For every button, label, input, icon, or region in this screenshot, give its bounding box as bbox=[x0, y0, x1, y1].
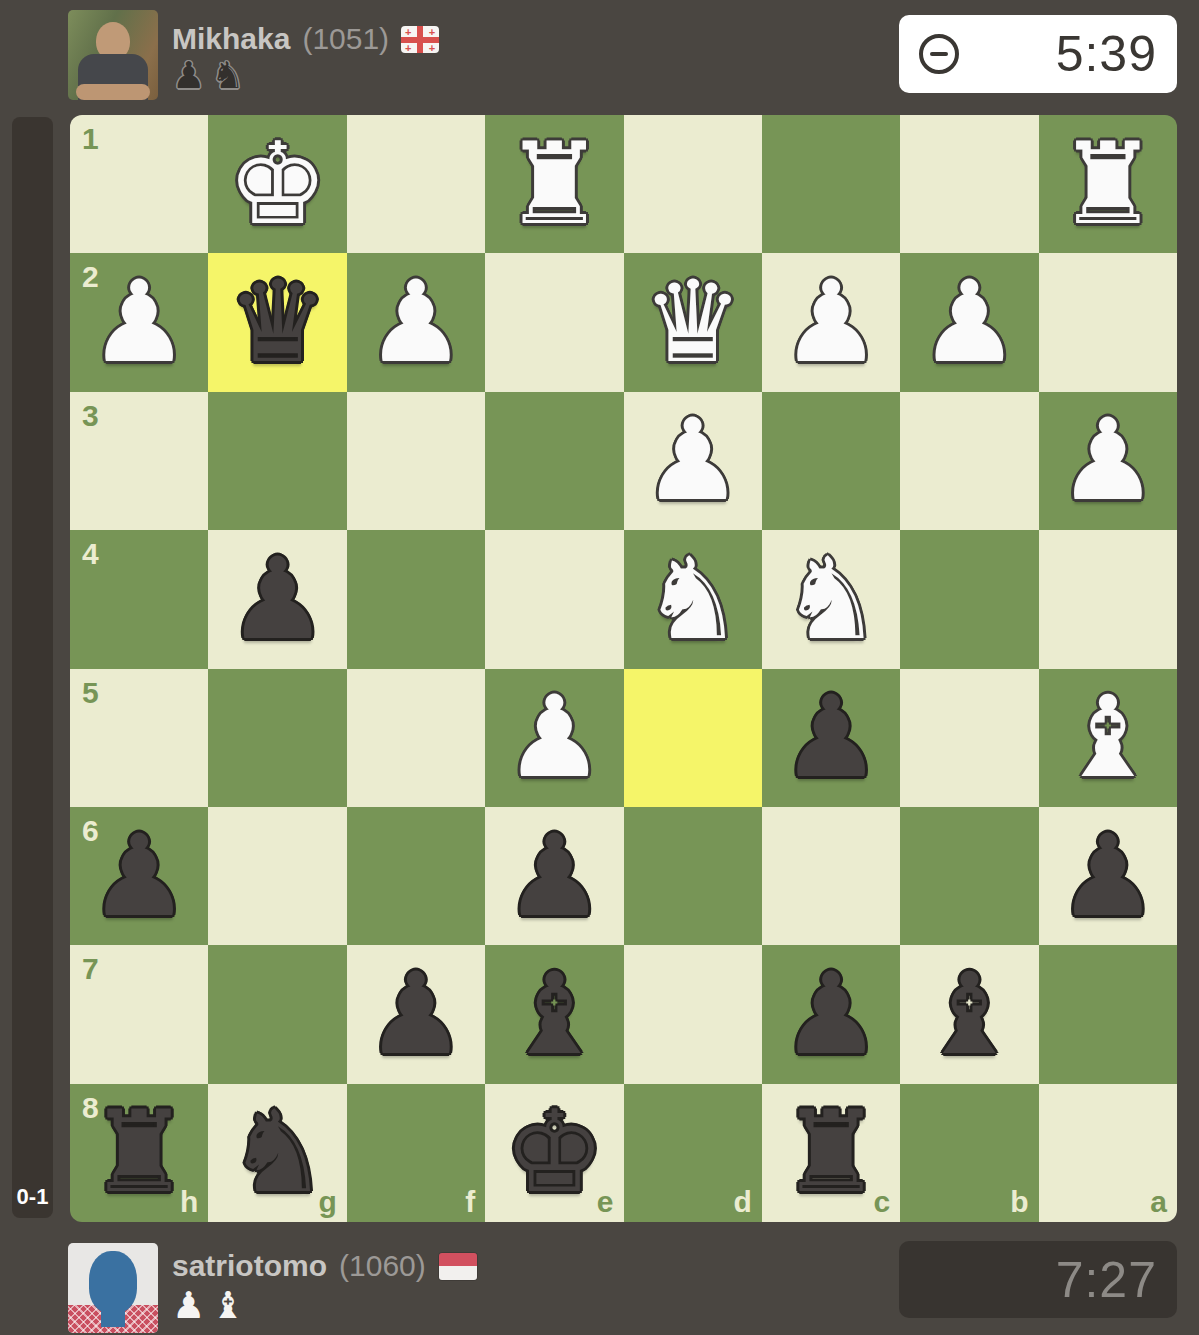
square-b6[interactable] bbox=[900, 807, 1038, 945]
square-e6[interactable]: ♟ bbox=[485, 807, 623, 945]
top-player-name-line[interactable]: Mikhaka (1051) ++ ++ bbox=[172, 20, 439, 58]
piece-white-pawn-e5[interactable]: ♟ bbox=[485, 669, 623, 807]
minus-circle-icon bbox=[919, 34, 959, 74]
square-g5[interactable] bbox=[208, 669, 346, 807]
square-f5[interactable] bbox=[347, 669, 485, 807]
file-label-h: h bbox=[180, 1187, 198, 1217]
piece-black-pawn-f7[interactable]: ♟ bbox=[347, 945, 485, 1083]
square-c2[interactable]: ♟ bbox=[762, 253, 900, 391]
piece-black-pawn-c7[interactable]: ♟ bbox=[762, 945, 900, 1083]
square-a3[interactable]: ♟ bbox=[1039, 392, 1177, 530]
avatar-silhouette bbox=[89, 1251, 137, 1313]
piece-black-bishop-e7[interactable]: ♝ bbox=[485, 945, 623, 1083]
square-h8[interactable]: 8h♜ bbox=[70, 1084, 208, 1222]
square-b8[interactable]: b bbox=[900, 1084, 1038, 1222]
square-d4[interactable]: ♞ bbox=[624, 530, 762, 668]
square-c3[interactable] bbox=[762, 392, 900, 530]
top-clock-time: 5:39 bbox=[1056, 25, 1157, 83]
file-label-b: b bbox=[1010, 1187, 1028, 1217]
bottom-player-name-line[interactable]: satriotomo (1060) bbox=[172, 1247, 478, 1285]
piece-black-queen-g2[interactable]: ♛ bbox=[208, 253, 346, 391]
rank-label-2: 2 bbox=[82, 262, 99, 292]
square-d8[interactable]: d bbox=[624, 1084, 762, 1222]
bottom-player-avatar[interactable] bbox=[68, 1243, 158, 1333]
square-a7[interactable] bbox=[1039, 945, 1177, 1083]
square-c8[interactable]: c♜ bbox=[762, 1084, 900, 1222]
square-b1[interactable] bbox=[900, 115, 1038, 253]
square-h7[interactable]: 7 bbox=[70, 945, 208, 1083]
square-e5[interactable]: ♟ bbox=[485, 669, 623, 807]
square-c4[interactable]: ♞ bbox=[762, 530, 900, 668]
file-label-a: a bbox=[1150, 1187, 1167, 1217]
square-f2[interactable]: ♟ bbox=[347, 253, 485, 391]
captured-white-pawn-icon: ♟ bbox=[172, 1284, 205, 1328]
bottom-player-clock: 7:27 bbox=[899, 1241, 1177, 1318]
square-g7[interactable] bbox=[208, 945, 346, 1083]
piece-white-rook-e1[interactable]: ♜ bbox=[485, 115, 623, 253]
piece-white-pawn-d3[interactable]: ♟ bbox=[624, 392, 762, 530]
square-c5[interactable]: ♟ bbox=[762, 669, 900, 807]
eval-bar: 0-1 bbox=[12, 117, 53, 1218]
piece-black-bishop-b7[interactable]: ♝ bbox=[900, 945, 1038, 1083]
piece-white-pawn-f2[interactable]: ♟ bbox=[347, 253, 485, 391]
bottom-clock-time: 7:27 bbox=[1056, 1251, 1157, 1309]
rank-label-7: 7 bbox=[82, 954, 99, 984]
square-b7[interactable]: ♝ bbox=[900, 945, 1038, 1083]
square-d6[interactable] bbox=[624, 807, 762, 945]
piece-white-pawn-a3[interactable]: ♟ bbox=[1039, 392, 1177, 530]
piece-black-pawn-g4[interactable]: ♟ bbox=[208, 530, 346, 668]
square-c1[interactable] bbox=[762, 115, 900, 253]
square-g2[interactable]: ♛ bbox=[208, 253, 346, 391]
georgia-flag-icon: ++ ++ bbox=[401, 26, 439, 53]
rank-label-1: 1 bbox=[82, 124, 99, 154]
square-d1[interactable] bbox=[624, 115, 762, 253]
top-player-name[interactable]: Mikhaka bbox=[172, 22, 290, 56]
file-label-g: g bbox=[318, 1187, 336, 1217]
piece-white-king-g1[interactable]: ♚ bbox=[208, 115, 346, 253]
file-label-d: d bbox=[734, 1187, 752, 1217]
piece-white-rook-a1[interactable]: ♜ bbox=[1039, 115, 1177, 253]
square-e8[interactable]: e♚ bbox=[485, 1084, 623, 1222]
square-g6[interactable] bbox=[208, 807, 346, 945]
square-e2[interactable] bbox=[485, 253, 623, 391]
square-h6[interactable]: 6♟ bbox=[70, 807, 208, 945]
square-a4[interactable] bbox=[1039, 530, 1177, 668]
rank-label-5: 5 bbox=[82, 678, 99, 708]
square-g1[interactable]: ♚ bbox=[208, 115, 346, 253]
square-f7[interactable]: ♟ bbox=[347, 945, 485, 1083]
rank-label-6: 6 bbox=[82, 816, 99, 846]
rank-label-4: 4 bbox=[82, 539, 99, 569]
square-a1[interactable]: ♜ bbox=[1039, 115, 1177, 253]
game-result-label: 0-1 bbox=[12, 1184, 53, 1210]
chess-board[interactable]: 1♚♜♜2♟♛♟♛♟♟3♟♟4♟♞♞5♟♟♝6♟♟♟7♟♝♟♝8h♜g♞fe♚d… bbox=[70, 115, 1177, 1222]
piece-black-pawn-a6[interactable]: ♟ bbox=[1039, 807, 1177, 945]
bottom-player-rating: (1060) bbox=[339, 1249, 426, 1283]
square-b2[interactable]: ♟ bbox=[900, 253, 1038, 391]
square-c7[interactable]: ♟ bbox=[762, 945, 900, 1083]
bottom-player-captured-pieces: ♟♝ bbox=[172, 1284, 244, 1328]
piece-white-bishop-a5[interactable]: ♝ bbox=[1039, 669, 1177, 807]
top-player-clock: 5:39 bbox=[899, 15, 1177, 93]
square-h4[interactable]: 4 bbox=[70, 530, 208, 668]
piece-white-knight-c4[interactable]: ♞ bbox=[762, 530, 900, 668]
rank-label-3: 3 bbox=[82, 401, 99, 431]
square-f6[interactable] bbox=[347, 807, 485, 945]
indonesia-flag-icon bbox=[438, 1252, 478, 1281]
square-d5[interactable] bbox=[624, 669, 762, 807]
captured-white-bishop-icon: ♝ bbox=[211, 1284, 244, 1328]
square-f1[interactable] bbox=[347, 115, 485, 253]
square-a6[interactable]: ♟ bbox=[1039, 807, 1177, 945]
file-label-f: f bbox=[465, 1187, 475, 1217]
square-g3[interactable] bbox=[208, 392, 346, 530]
square-e4[interactable] bbox=[485, 530, 623, 668]
square-a5[interactable]: ♝ bbox=[1039, 669, 1177, 807]
square-h2[interactable]: 2♟ bbox=[70, 253, 208, 391]
square-b5[interactable] bbox=[900, 669, 1038, 807]
square-h3[interactable]: 3 bbox=[70, 392, 208, 530]
square-d7[interactable] bbox=[624, 945, 762, 1083]
square-a2[interactable] bbox=[1039, 253, 1177, 391]
piece-white-pawn-c2[interactable]: ♟ bbox=[762, 253, 900, 391]
square-c6[interactable] bbox=[762, 807, 900, 945]
square-h1[interactable]: 1 bbox=[70, 115, 208, 253]
square-f8[interactable]: f bbox=[347, 1084, 485, 1222]
piece-black-pawn-c5[interactable]: ♟ bbox=[762, 669, 900, 807]
square-g4[interactable]: ♟ bbox=[208, 530, 346, 668]
square-e1[interactable]: ♜ bbox=[485, 115, 623, 253]
captured-black-knight-icon: ♞ bbox=[211, 54, 244, 98]
square-e3[interactable] bbox=[485, 392, 623, 530]
square-h5[interactable]: 5 bbox=[70, 669, 208, 807]
square-b3[interactable] bbox=[900, 392, 1038, 530]
top-player-rating: (1051) bbox=[302, 22, 389, 56]
chess-game-screen: Mikhaka (1051) ++ ++ ♟♞ 5:39 0-1 1♚♜♜2♟♛… bbox=[0, 0, 1199, 1335]
top-player-captured-pieces: ♟♞ bbox=[172, 54, 244, 98]
piece-black-pawn-e6[interactable]: ♟ bbox=[485, 807, 623, 945]
square-f4[interactable] bbox=[347, 530, 485, 668]
top-player-avatar[interactable] bbox=[68, 10, 158, 100]
square-g8[interactable]: g♞ bbox=[208, 1084, 346, 1222]
square-a8[interactable]: a bbox=[1039, 1084, 1177, 1222]
square-d2[interactable]: ♛ bbox=[624, 253, 762, 391]
square-e7[interactable]: ♝ bbox=[485, 945, 623, 1083]
captured-black-pawn-icon: ♟ bbox=[172, 54, 205, 98]
piece-white-queen-d2[interactable]: ♛ bbox=[624, 253, 762, 391]
square-b4[interactable] bbox=[900, 530, 1038, 668]
rank-label-8: 8 bbox=[82, 1093, 99, 1123]
piece-white-knight-d4[interactable]: ♞ bbox=[624, 530, 762, 668]
piece-white-pawn-b2[interactable]: ♟ bbox=[900, 253, 1038, 391]
file-label-e: e bbox=[597, 1187, 614, 1217]
bottom-player-name[interactable]: satriotomo bbox=[172, 1249, 327, 1283]
file-label-c: c bbox=[874, 1187, 891, 1217]
square-d3[interactable]: ♟ bbox=[624, 392, 762, 530]
square-f3[interactable] bbox=[347, 392, 485, 530]
